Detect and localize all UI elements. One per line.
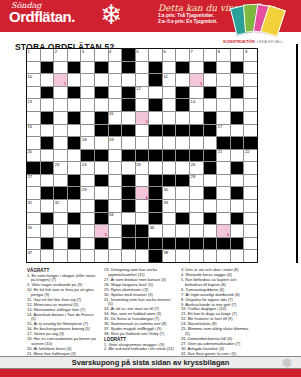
grid-cell[interactable] [244, 162, 257, 174]
grid-cell[interactable] [244, 175, 257, 187]
clue-column: 3. Den är ute och åker i nätet (8)4. Stö… [181, 268, 258, 354]
grid-cell[interactable] [231, 99, 244, 111]
grid-cell[interactable]: 19 [109, 137, 122, 149]
grid-cell[interactable] [41, 125, 54, 137]
black-cell [122, 87, 135, 99]
clue-item: 23. Urringning som kan väcka uppmärksamh… [104, 268, 176, 277]
black-cell [149, 175, 162, 187]
black-cell [149, 99, 162, 111]
grid-cell[interactable] [190, 250, 203, 262]
grid-cell[interactable] [81, 250, 94, 262]
grid-cell[interactable] [136, 250, 149, 262]
grid-cell[interactable] [136, 200, 149, 212]
grid-cell[interactable]: 18 [81, 137, 94, 149]
grid-cell[interactable] [231, 74, 244, 86]
clue-number: 2 [55, 49, 57, 54]
black-cell [176, 125, 189, 137]
grid-cell[interactable] [217, 250, 230, 262]
grid-cell[interactable] [217, 187, 230, 199]
black-cell [163, 175, 176, 187]
grid-cell[interactable] [54, 225, 67, 237]
black-cell [176, 62, 189, 74]
grid-cell[interactable]: 14 [190, 99, 203, 111]
clue-number: 20 [28, 149, 33, 154]
grid-cell[interactable]: 5 [95, 225, 108, 237]
grid-cell[interactable] [136, 74, 149, 86]
grid-cell[interactable] [136, 137, 149, 149]
grid-cell[interactable] [54, 137, 67, 149]
logo-main-text: Ordflätan. [9, 9, 75, 24]
grid-cell[interactable] [68, 49, 81, 61]
clue-number: 14 [191, 99, 196, 104]
grid-cell[interactable] [81, 74, 94, 86]
grid-cell[interactable] [54, 99, 67, 111]
clue-number: 23 [55, 162, 60, 167]
top-banner: Söndag Ordflätan. ❄ Detta kan du vinna: … [0, 0, 301, 32]
clue-number: 9 [245, 49, 247, 54]
grid-cell[interactable] [163, 162, 176, 174]
clue-number: 13 [28, 99, 33, 104]
grid-cell[interactable] [81, 238, 94, 250]
grid-cell[interactable] [68, 150, 81, 162]
grid-cell[interactable] [54, 213, 67, 225]
grid-cell[interactable] [95, 187, 108, 199]
black-cell [163, 150, 176, 162]
black-cell [231, 187, 244, 199]
black-cell [149, 74, 162, 86]
clue-number: 32 [55, 200, 60, 205]
grid-cell[interactable]: 27 [27, 175, 40, 187]
grid-cell[interactable] [163, 112, 176, 124]
grid-cell[interactable] [54, 112, 67, 124]
black-cell [41, 62, 54, 74]
prize-letter-mark: 1 [64, 81, 66, 86]
grid-cell[interactable] [204, 225, 217, 237]
clue-number: 27 [28, 174, 33, 179]
black-cell [122, 175, 135, 187]
grid-cell[interactable] [163, 213, 176, 225]
grid-cell[interactable]: 26 [190, 162, 203, 174]
grid-cell[interactable]: 5 [136, 49, 149, 61]
grid-cell[interactable] [217, 74, 230, 86]
grid-cell[interactable] [244, 238, 257, 250]
grid-cell[interactable] [54, 250, 67, 262]
grid-cell[interactable] [109, 74, 122, 86]
grid-cell[interactable]: 6 [163, 49, 176, 61]
black-cell [122, 225, 135, 237]
grid-cell[interactable] [231, 49, 244, 61]
grid-cell[interactable] [244, 200, 257, 212]
constructor-credit: KONSTRUKTÖR: LENA EKVALL [223, 39, 283, 44]
black-cell [231, 162, 244, 174]
clue-item: 18. Har en cancandansös på benen på scen… [27, 337, 99, 346]
grid-cell[interactable] [68, 162, 81, 174]
grid-cell[interactable] [109, 187, 122, 199]
grid-cell[interactable] [163, 137, 176, 149]
grid-cell[interactable] [54, 62, 67, 74]
constructor-name: LENA EKVALL [257, 39, 283, 44]
grid-cell[interactable] [27, 87, 40, 99]
grid-cell[interactable] [41, 99, 54, 111]
grid-cell[interactable] [95, 74, 108, 86]
black-cell [231, 87, 244, 99]
black-cell [41, 87, 54, 99]
grid-cell[interactable] [190, 225, 203, 237]
clue-number: 1 [28, 49, 30, 54]
grid-cell[interactable] [41, 49, 54, 61]
black-cell [122, 200, 135, 212]
grid-cell[interactable] [176, 137, 189, 149]
grid-cell[interactable] [176, 112, 189, 124]
grid-cell[interactable]: 20 [27, 150, 40, 162]
prize-letter-mark: 5 [105, 232, 107, 237]
grid-cell[interactable] [217, 62, 230, 74]
grid-cell[interactable]: 13 [27, 99, 40, 111]
black-cell [68, 112, 81, 124]
black-cell [204, 238, 217, 250]
grid-cell[interactable]: 1 [54, 74, 67, 86]
grid-cell[interactable] [136, 99, 149, 111]
black-cell [95, 112, 108, 124]
grid-cell[interactable] [204, 175, 217, 187]
black-cell [190, 150, 203, 162]
black-cell [149, 213, 162, 225]
grid-cell[interactable] [68, 225, 81, 237]
grid-cell[interactable] [176, 74, 189, 86]
grid-cell[interactable] [95, 250, 108, 262]
grid-cell[interactable] [41, 175, 54, 187]
grid-cell[interactable] [109, 87, 122, 99]
clue-number: 12 [136, 86, 141, 91]
clue-column: VÅGRÄTT1. En som hänger i skogen (eller … [27, 268, 104, 354]
black-cell [95, 213, 108, 225]
grid-cell[interactable] [163, 99, 176, 111]
black-cell [204, 62, 217, 74]
grid-cell[interactable]: 38 [163, 250, 176, 262]
clue-number: 31 [28, 200, 33, 205]
grid-cell[interactable] [190, 112, 203, 124]
grid-cell[interactable]: 6 [217, 225, 230, 237]
grid-cell[interactable]: 4 [109, 49, 122, 61]
black-cell [95, 62, 108, 74]
clue-number: 11 [163, 74, 167, 79]
prize-letter-mark: 3 [146, 119, 148, 124]
title-row: STORA ORDFLÄTAN 52 KONSTRUKTÖR: LENA EKV… [15, 36, 287, 47]
grid-cell[interactable] [27, 137, 40, 149]
grid-cell[interactable] [204, 99, 217, 111]
grid-cell[interactable] [149, 137, 162, 149]
grid-cell[interactable] [81, 200, 94, 212]
clue-number: 36 [150, 225, 155, 230]
grid-cell[interactable] [41, 250, 54, 262]
clue-number: 17 [218, 124, 223, 129]
black-cell [149, 125, 162, 137]
clue-number: 35 [28, 225, 33, 230]
black-cell [41, 238, 54, 250]
black-cell [68, 238, 81, 250]
grid-cell[interactable] [204, 137, 217, 149]
grid-cell[interactable] [81, 112, 94, 124]
bottom-red-bar [0, 369, 301, 377]
grid-cell[interactable] [54, 87, 67, 99]
grid-cell[interactable] [27, 238, 40, 250]
grid-cell[interactable]: 24 [81, 162, 94, 174]
black-cell [217, 238, 230, 250]
grid-cell[interactable] [149, 162, 162, 174]
grid-cell[interactable]: 3 [81, 49, 94, 61]
clue-column: 23. Urringning som kan väcka uppmärksamh… [104, 268, 181, 354]
black-cell [122, 150, 135, 162]
black-cell [95, 238, 108, 250]
grid-cell[interactable]: 7 [190, 49, 203, 61]
grid-cell[interactable] [41, 200, 54, 212]
snowflake-icon: ❄ [100, 0, 123, 31]
grid-cell[interactable] [136, 175, 149, 187]
grid-cell[interactable] [122, 250, 135, 262]
grid-cell[interactable] [122, 162, 135, 174]
grid-cell[interactable] [190, 200, 203, 212]
grid-cell[interactable] [81, 87, 94, 99]
black-cell [95, 125, 108, 137]
black-cell [217, 137, 230, 149]
lottery-tickets-image [231, 3, 275, 37]
grid-cell[interactable] [231, 200, 244, 212]
grid-cell[interactable] [81, 125, 94, 137]
clue-number: 30 [163, 187, 168, 192]
grid-cell[interactable] [122, 137, 135, 149]
grid-cell[interactable] [176, 187, 189, 199]
grid-cell[interactable] [95, 162, 108, 174]
grid-cell[interactable]: 31 [27, 200, 40, 212]
grid-cell[interactable] [176, 200, 189, 212]
grid-cell[interactable] [190, 87, 203, 99]
grid-cell[interactable] [109, 62, 122, 74]
grid-cell[interactable] [95, 49, 108, 61]
black-cell [136, 238, 149, 250]
grid-cell[interactable]: 29 [81, 187, 94, 199]
grid-cell[interactable] [149, 49, 162, 61]
clue-number: 10 [28, 74, 33, 79]
grid-cell[interactable] [136, 125, 149, 137]
grid-cell[interactable] [27, 62, 40, 74]
grid-cell[interactable] [68, 125, 81, 137]
grid-cell[interactable] [204, 250, 217, 262]
black-cell [81, 150, 94, 162]
grid-cell[interactable]: 1 [27, 49, 40, 61]
clue-number: 33 [163, 200, 168, 205]
grid-cell[interactable] [109, 238, 122, 250]
grid-cell[interactable] [149, 87, 162, 99]
black-cell [122, 62, 135, 74]
grid-cell[interactable] [54, 175, 67, 187]
grid-cell[interactable]: 25 [136, 162, 149, 174]
grid-cell[interactable] [149, 112, 162, 124]
grid-cell[interactable] [217, 112, 230, 124]
grid-cell[interactable]: 11 [163, 74, 176, 86]
black-cell [176, 213, 189, 225]
grid-cell[interactable] [176, 162, 189, 174]
grid-cell[interactable] [27, 213, 40, 225]
grid-cell[interactable] [244, 99, 257, 111]
grid-cell[interactable] [231, 125, 244, 137]
grid-cell[interactable] [81, 225, 94, 237]
black-cell [204, 162, 217, 174]
black-cell [176, 150, 189, 162]
grid-cell[interactable] [231, 250, 244, 262]
grid-cell[interactable]: 3 [136, 112, 149, 124]
grid-cell[interactable] [204, 200, 217, 212]
grid-cell[interactable]: 34 [109, 213, 122, 225]
clue-number: 21 [218, 149, 223, 154]
grid-cell[interactable] [176, 49, 189, 61]
grid-cell[interactable] [109, 225, 122, 237]
grid-cell[interactable] [95, 137, 108, 149]
grid-cell[interactable]: 23 [54, 162, 67, 174]
black-cell [231, 238, 244, 250]
black-cell [68, 213, 81, 225]
grid-cell[interactable] [217, 87, 230, 99]
grid-cell[interactable] [68, 99, 81, 111]
black-cell [163, 238, 176, 250]
grid-cell[interactable] [81, 213, 94, 225]
grid-cell[interactable] [122, 74, 135, 86]
grid-cell[interactable] [231, 225, 244, 237]
grid-cell[interactable] [190, 213, 203, 225]
grid-cell[interactable] [136, 62, 149, 74]
grid-cell[interactable] [244, 187, 257, 199]
grid-cell[interactable] [204, 74, 217, 86]
grid-cell[interactable] [136, 213, 149, 225]
grid-cell[interactable]: 21 [217, 150, 230, 162]
grid-cell[interactable]: 32 [54, 200, 67, 212]
grid-cell[interactable]: 17 [217, 125, 230, 137]
grid-cell[interactable] [244, 125, 257, 137]
grid-cell[interactable] [54, 125, 67, 137]
grid-cell[interactable]: 36 [149, 225, 162, 237]
grid-cell[interactable] [190, 62, 203, 74]
grid-cell[interactable]: 35 [27, 225, 40, 237]
grid-cell[interactable] [190, 187, 203, 199]
grid-cell[interactable] [109, 162, 122, 174]
grid-cell[interactable] [163, 87, 176, 99]
grid-cell[interactable] [217, 175, 230, 187]
black-cell [41, 162, 54, 174]
grid-cell[interactable] [122, 112, 135, 124]
grid-cell[interactable] [41, 150, 54, 162]
grid-cell[interactable] [54, 150, 67, 162]
grid-cell[interactable] [231, 150, 244, 162]
prize-letter-mark: 2 [200, 81, 202, 86]
grid-cell[interactable] [244, 87, 257, 99]
black-cell [231, 112, 244, 124]
black-cell [231, 62, 244, 74]
grid-cell[interactable] [122, 213, 135, 225]
grid-cell[interactable] [244, 213, 257, 225]
grid-cell[interactable] [217, 213, 230, 225]
grid-cell[interactable] [190, 137, 203, 149]
grid-cell[interactable]: 22 [244, 150, 257, 162]
grid-cell[interactable] [54, 238, 67, 250]
crossword-grid-frame: 1234567891011121213141531617181920212223… [26, 48, 258, 263]
grid-cell[interactable] [81, 62, 94, 74]
black-cell [41, 213, 54, 225]
black-cell [122, 125, 135, 137]
grid-cell[interactable] [217, 200, 230, 212]
grid-cell[interactable]: 2 [190, 74, 203, 86]
black-cell [149, 200, 162, 212]
grid-cell[interactable] [163, 225, 176, 237]
grid-cell[interactable] [109, 150, 122, 162]
grid-cell[interactable] [244, 250, 257, 262]
clue-number: 4 [109, 49, 111, 54]
grid-cell[interactable]: 30 [163, 187, 176, 199]
grid-cell[interactable]: 4 [136, 187, 149, 199]
grid-cell[interactable]: 37 [27, 250, 40, 262]
clue-number: 16 [28, 124, 33, 129]
grid-cell[interactable]: 33 [163, 200, 176, 212]
clue-number: 28 [191, 174, 196, 179]
grid-cell[interactable] [27, 187, 40, 199]
black-cell [54, 187, 67, 199]
grid-cell[interactable] [176, 225, 189, 237]
grid-cell[interactable] [109, 250, 122, 262]
grid-cell[interactable]: 9 [244, 49, 257, 61]
grid-cell[interactable] [81, 175, 94, 187]
grid-cell[interactable]: 12 [136, 87, 149, 99]
black-cell [176, 87, 189, 99]
constructor-label: KONSTRUKTÖR: [223, 39, 255, 44]
grid-cell[interactable] [41, 225, 54, 237]
grid-cell[interactable] [109, 175, 122, 187]
grid-cell[interactable]: 16 [27, 125, 40, 137]
clue-item: 5. Kan befordras av kapten och befordras… [181, 278, 253, 287]
clue-number: 6 [163, 49, 165, 54]
grid-cell[interactable] [41, 74, 54, 86]
grid-cell[interactable] [244, 74, 257, 86]
grid-cell[interactable] [244, 62, 257, 74]
grid-cell[interactable] [95, 99, 108, 111]
black-cell [27, 162, 40, 174]
grid-cell[interactable]: 8 [217, 49, 230, 61]
grid-cell[interactable] [176, 250, 189, 262]
grid-cell[interactable] [68, 200, 81, 212]
black-cell [176, 238, 189, 250]
prize-letter-mark: 4 [146, 195, 148, 200]
grid-cell[interactable] [109, 99, 122, 111]
grid-cell[interactable] [81, 99, 94, 111]
grid-cell[interactable]: 15 [109, 112, 122, 124]
grid-cell[interactable] [217, 99, 230, 111]
clue-number: 8 [218, 49, 220, 54]
grid-cell[interactable] [163, 62, 176, 74]
grid-cell[interactable] [27, 112, 40, 124]
grid-cell[interactable] [68, 74, 81, 86]
grid-cell[interactable]: 28 [190, 175, 203, 187]
grid-cell[interactable] [231, 175, 244, 187]
grid-cell[interactable] [109, 200, 122, 212]
black-cell [122, 99, 135, 111]
grid-cell[interactable] [244, 225, 257, 237]
grid-cell[interactable] [68, 250, 81, 262]
crossword-grid[interactable]: 1234567891011121213141531617181920212223… [27, 49, 257, 262]
grid-cell[interactable] [204, 49, 217, 61]
black-cell [231, 137, 244, 149]
grid-cell[interactable] [244, 112, 257, 124]
grid-cell[interactable]: 10 [27, 74, 40, 86]
clue-number: 38 [163, 250, 168, 255]
grid-cell[interactable]: 2 [54, 49, 67, 61]
grid-cell[interactable] [217, 162, 230, 174]
